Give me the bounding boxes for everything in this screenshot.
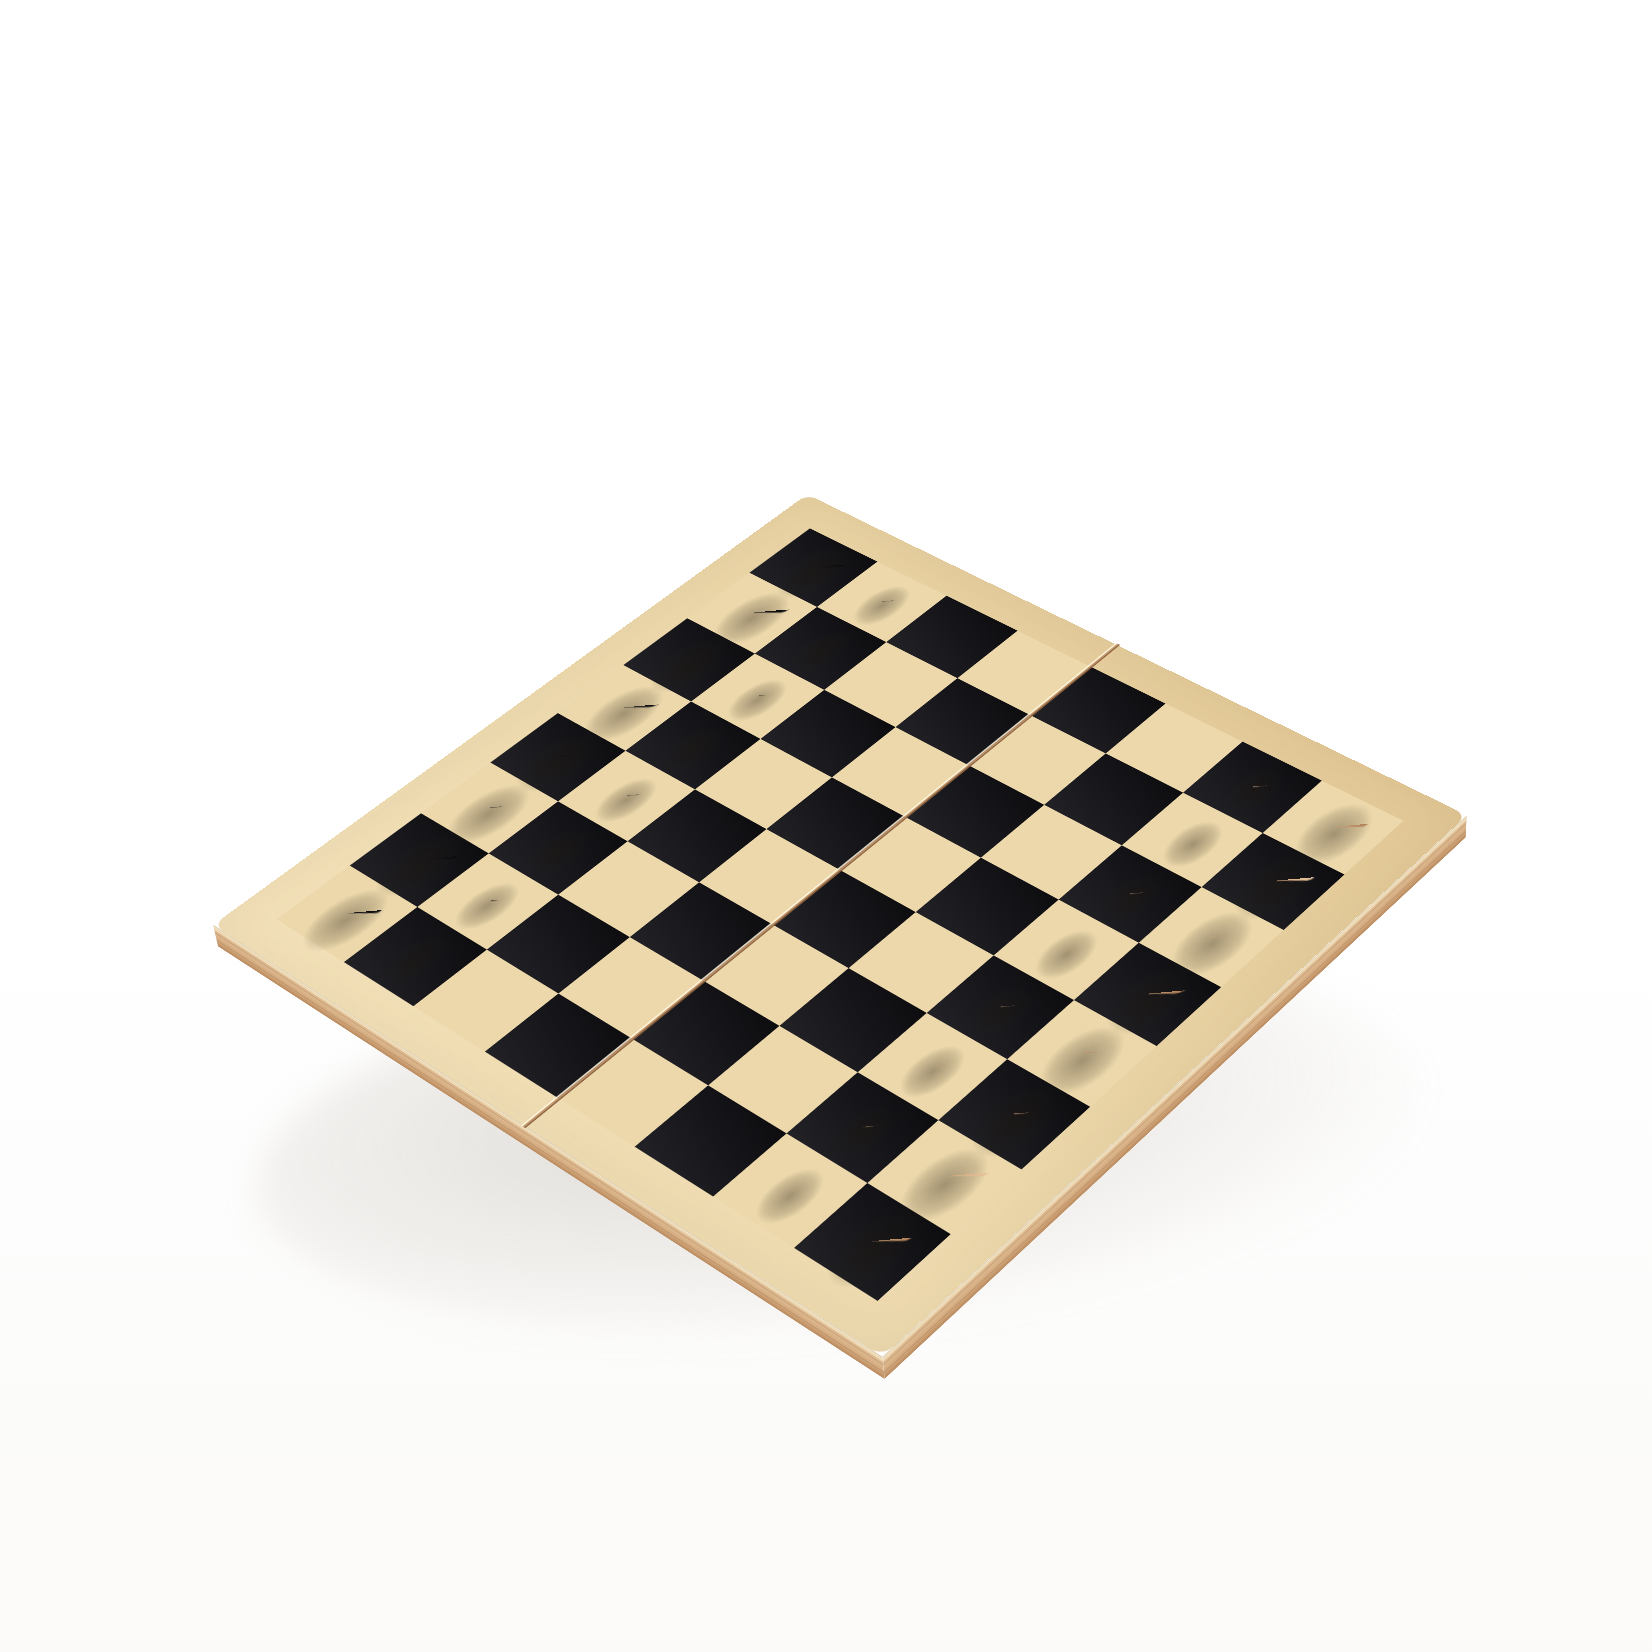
piece-figure: ♚ [589, 545, 661, 708]
pieces-layer: ♜♞♝♛♚♝♞♜♟♟♟♟♟♟♟♟♙♙♙♙♙♙♙♙♖♘♗♕♔♗♘♖ [213, 494, 1467, 1356]
photo-canvas: chess ♜♞♝♛♚♝♞♜♟♟♟♟♟♟♟♟♙♙♙♙♙♙♙♙♖♘♗♕♔♗♘♖ [0, 0, 1652, 1652]
piece-glyph: ♖ [831, 1096, 913, 1241]
piece-glyph: ♕ [1048, 868, 1116, 1053]
piece-figure: ♛ [527, 590, 588, 757]
product-photo: { "game": "chess", "scene": { "type": "p… [0, 0, 1652, 1652]
piece-figure: ♟ [368, 860, 463, 955]
piece-glyph: ♙ [739, 1087, 842, 1190]
scene-3d: ♜♞♝♛♚♝♞♜♟♟♟♟♟♟♟♟♙♙♙♙♙♙♙♙♖♘♗♕♔♗♘♖ [0, 0, 1652, 1652]
piece-glyph: ♛ [527, 590, 588, 757]
piece-figure: ♕ [1048, 868, 1116, 1053]
chess-board: ♜♞♝♛♚♝♞♜♟♟♟♟♟♟♟♟♙♙♙♙♙♙♙♙♖♘♗♕♔♗♘♖ [213, 494, 1467, 1356]
piece-glyph: ♚ [589, 545, 661, 708]
piece-glyph: ♟ [368, 860, 463, 955]
piece-figure: ♖ [831, 1096, 913, 1241]
scene-tilt: ♜♞♝♛♚♝♞♜♟♟♟♟♟♟♟♟♙♙♙♙♙♙♙♙♖♘♗♕♔♗♘♖ [0, 0, 1652, 1652]
piece-figure: ♙ [739, 1087, 842, 1190]
game-label: chess [0, 0, 1, 1]
